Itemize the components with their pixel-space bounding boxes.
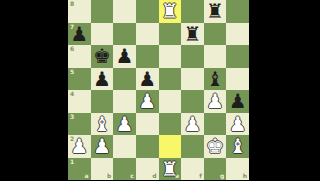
square-h3[interactable]: ♟ (226, 113, 249, 136)
letterbox-left (0, 0, 68, 180)
file-label-a: a (85, 173, 89, 179)
black-rook-piece[interactable]: ♜ (181, 23, 204, 46)
square-d3[interactable] (136, 113, 159, 136)
square-h7[interactable] (226, 23, 249, 46)
square-e8[interactable]: ♜ (159, 0, 182, 23)
square-c3[interactable]: ♟ (113, 113, 136, 136)
square-d8[interactable] (136, 0, 159, 23)
square-a1[interactable]: 1a (68, 158, 91, 181)
square-b3[interactable]: ♝ (91, 113, 114, 136)
square-h6[interactable] (226, 45, 249, 68)
square-f5[interactable] (181, 68, 204, 91)
white-pawn-piece[interactable]: ♟ (181, 113, 204, 136)
square-h8[interactable] (226, 0, 249, 23)
square-g7[interactable] (204, 23, 227, 46)
white-pawn-piece[interactable]: ♟ (136, 90, 159, 113)
square-b6[interactable]: ♚ (91, 45, 114, 68)
square-d7[interactable] (136, 23, 159, 46)
square-c5[interactable] (113, 68, 136, 91)
white-pawn-piece[interactable]: ♟ (113, 113, 136, 136)
square-e3[interactable] (159, 113, 182, 136)
white-rook-piece[interactable]: ♜ (159, 158, 182, 181)
square-b8[interactable] (91, 0, 114, 23)
white-rook-piece[interactable]: ♜ (159, 0, 182, 23)
black-pawn-piece[interactable]: ♟ (91, 68, 114, 91)
square-f3[interactable]: ♟ (181, 113, 204, 136)
rank-label-5: 5 (70, 69, 74, 75)
square-c4[interactable] (113, 90, 136, 113)
square-d2[interactable] (136, 135, 159, 158)
square-f6[interactable] (181, 45, 204, 68)
white-pawn-piece[interactable]: ♟ (68, 135, 91, 158)
square-a2[interactable]: 2♟ (68, 135, 91, 158)
square-g2[interactable]: ♚ (204, 135, 227, 158)
file-label-b: b (107, 173, 111, 179)
square-g1[interactable]: g (204, 158, 227, 181)
black-pawn-piece[interactable]: ♟ (68, 23, 91, 46)
square-b2[interactable]: ♟ (91, 135, 114, 158)
black-bishop-piece[interactable]: ♝ (204, 68, 227, 91)
black-pawn-piece[interactable]: ♟ (226, 90, 249, 113)
square-c2[interactable] (113, 135, 136, 158)
square-e2[interactable] (159, 135, 182, 158)
square-c8[interactable] (113, 0, 136, 23)
file-label-f: f (199, 173, 202, 179)
white-bishop-piece[interactable]: ♝ (91, 113, 114, 136)
square-b5[interactable]: ♟ (91, 68, 114, 91)
square-e5[interactable] (159, 68, 182, 91)
square-h2[interactable]: ♝ (226, 135, 249, 158)
square-c6[interactable]: ♟ (113, 45, 136, 68)
white-bishop-piece[interactable]: ♝ (226, 135, 249, 158)
square-f1[interactable]: f (181, 158, 204, 181)
file-label-c: c (130, 173, 134, 179)
square-e6[interactable] (159, 45, 182, 68)
file-label-h: h (243, 173, 247, 179)
square-f2[interactable] (181, 135, 204, 158)
file-label-g: g (220, 173, 224, 179)
file-label-d: d (152, 173, 156, 179)
square-a3[interactable]: 3 (68, 113, 91, 136)
white-pawn-piece[interactable]: ♟ (226, 113, 249, 136)
square-g8[interactable]: ♜ (204, 0, 227, 23)
square-d4[interactable]: ♟ (136, 90, 159, 113)
black-king-piece[interactable]: ♚ (91, 45, 114, 68)
chess-board: 8♜♜7♟♜6♚♟5♟♟♝4♟♟♟3♝♟♟♟2♟♟♚♝1abcde♜fgh (68, 0, 249, 180)
square-a7[interactable]: 7♟ (68, 23, 91, 46)
square-h1[interactable]: h (226, 158, 249, 181)
rank-label-3: 3 (70, 114, 74, 120)
square-c7[interactable] (113, 23, 136, 46)
square-g3[interactable] (204, 113, 227, 136)
white-king-piece[interactable]: ♚ (204, 135, 227, 158)
square-b7[interactable] (91, 23, 114, 46)
square-d6[interactable] (136, 45, 159, 68)
square-b1[interactable]: b (91, 158, 114, 181)
black-pawn-piece[interactable]: ♟ (136, 68, 159, 91)
square-a8[interactable]: 8 (68, 0, 91, 23)
chess-app-screen: 8♜♜7♟♜6♚♟5♟♟♝4♟♟♟3♝♟♟♟2♟♟♚♝1abcde♜fgh (0, 0, 320, 180)
square-g4[interactable]: ♟ (204, 90, 227, 113)
square-f4[interactable] (181, 90, 204, 113)
black-rook-piece[interactable]: ♜ (204, 0, 227, 23)
square-g6[interactable] (204, 45, 227, 68)
square-a6[interactable]: 6 (68, 45, 91, 68)
rank-label-6: 6 (70, 46, 74, 52)
white-pawn-piece[interactable]: ♟ (91, 135, 114, 158)
square-g5[interactable]: ♝ (204, 68, 227, 91)
square-e1[interactable]: e♜ (159, 158, 182, 181)
rank-label-8: 8 (70, 1, 74, 7)
white-pawn-piece[interactable]: ♟ (204, 90, 227, 113)
square-e7[interactable] (159, 23, 182, 46)
square-a4[interactable]: 4 (68, 90, 91, 113)
square-d5[interactable]: ♟ (136, 68, 159, 91)
square-d1[interactable]: d (136, 158, 159, 181)
square-b4[interactable] (91, 90, 114, 113)
black-pawn-piece[interactable]: ♟ (113, 45, 136, 68)
square-e4[interactable] (159, 90, 182, 113)
rank-label-4: 4 (70, 91, 74, 97)
square-h4[interactable]: ♟ (226, 90, 249, 113)
square-h5[interactable] (226, 68, 249, 91)
letterbox-right (249, 0, 320, 180)
square-f8[interactable] (181, 0, 204, 23)
rank-label-1: 1 (70, 159, 74, 165)
square-f7[interactable]: ♜ (181, 23, 204, 46)
square-a5[interactable]: 5 (68, 68, 91, 91)
square-c1[interactable]: c (113, 158, 136, 181)
